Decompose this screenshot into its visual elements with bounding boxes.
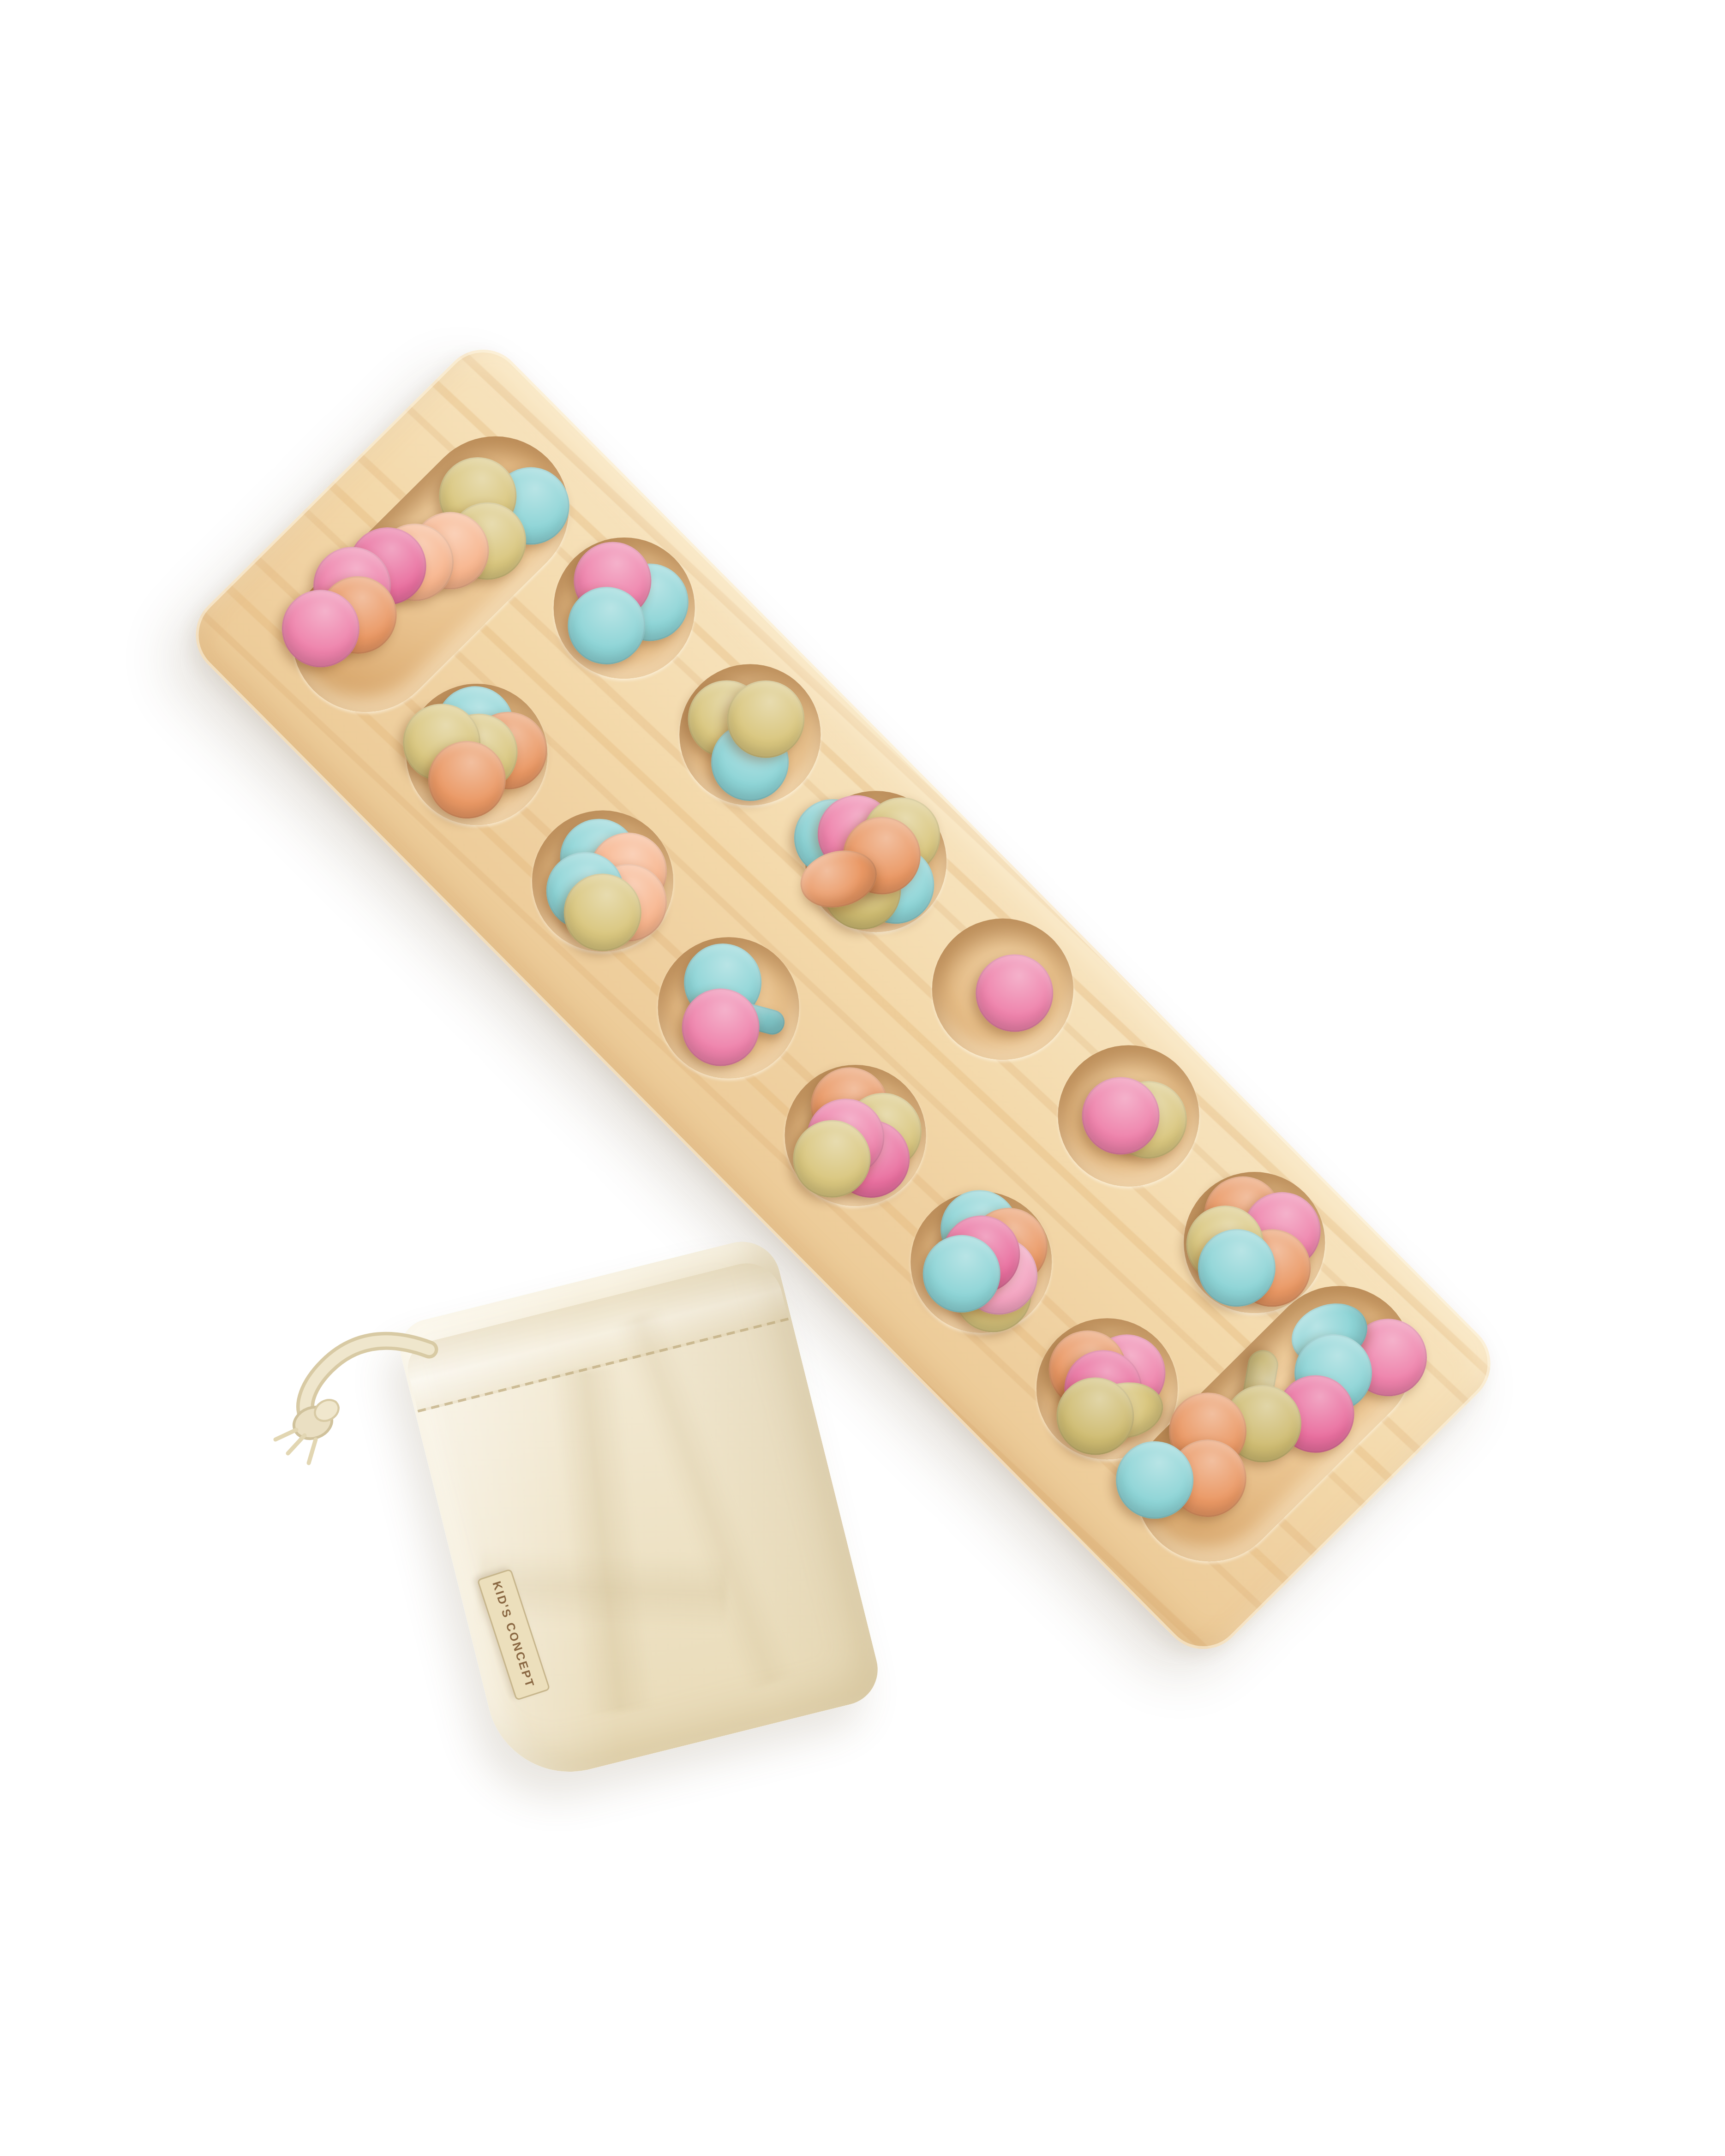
drawstring-cord bbox=[263, 1280, 498, 1488]
bag-wrinkle bbox=[550, 1366, 655, 1714]
photo-stage: KID'S CONCEPT bbox=[0, 0, 1725, 2156]
